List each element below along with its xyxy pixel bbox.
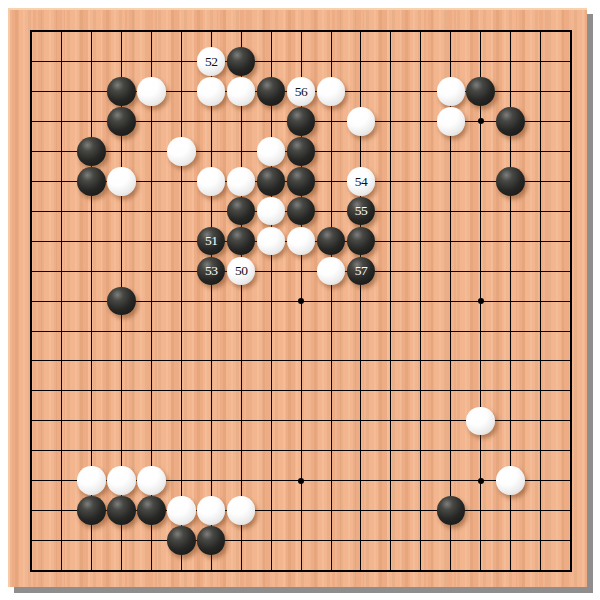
stone-black <box>107 77 136 106</box>
move-number-label: 51 <box>205 234 218 248</box>
stone-black <box>197 526 226 555</box>
stone-black <box>466 77 495 106</box>
stone-black <box>107 287 136 316</box>
star-point <box>478 478 484 484</box>
move-number-label: 52 <box>205 55 218 69</box>
stone-white <box>227 496 256 525</box>
stone-black <box>437 496 466 525</box>
star-point <box>298 478 304 484</box>
stone-black <box>257 167 286 196</box>
stone-black <box>77 167 106 196</box>
stone-black <box>257 77 286 106</box>
stone-white <box>167 496 196 525</box>
stone-white <box>197 167 226 196</box>
stone-white <box>197 77 226 106</box>
stone-black <box>137 496 166 525</box>
stone-white <box>257 137 286 166</box>
move-number-label: 54 <box>355 175 368 189</box>
stone-white <box>227 167 256 196</box>
move-number-label: 56 <box>295 85 308 99</box>
stone-white <box>466 407 495 436</box>
stone-white <box>347 107 376 136</box>
stone-black <box>496 107 525 136</box>
stone-white <box>107 466 136 495</box>
move-number-label: 53 <box>205 264 218 278</box>
stone-white: 56 <box>287 77 316 106</box>
stone-white <box>437 77 466 106</box>
stone-black <box>107 496 136 525</box>
stone-black <box>77 137 106 166</box>
stone-white <box>107 167 136 196</box>
stone-white <box>137 77 166 106</box>
stone-white <box>227 77 256 106</box>
stone-black <box>287 167 316 196</box>
move-number-label: 57 <box>355 264 368 278</box>
stone-black <box>227 47 256 76</box>
page-background: 5256545551535057 <box>0 0 600 600</box>
stone-white <box>496 466 525 495</box>
stone-white <box>437 107 466 136</box>
stone-black <box>167 526 196 555</box>
stone-black <box>287 107 316 136</box>
stone-white: 54 <box>347 167 376 196</box>
stone-white <box>167 137 196 166</box>
stone-black <box>496 167 525 196</box>
stone-black <box>77 496 106 525</box>
stone-white <box>137 466 166 495</box>
star-point <box>478 298 484 304</box>
stone-white <box>77 466 106 495</box>
stone-white <box>317 77 346 106</box>
go-board[interactable]: 5256545551535057 <box>8 8 587 587</box>
stone-white: 52 <box>197 47 226 76</box>
move-number-label: 50 <box>235 264 248 278</box>
move-number-label: 55 <box>355 204 368 218</box>
stone-black <box>107 107 136 136</box>
stone-black <box>287 137 316 166</box>
